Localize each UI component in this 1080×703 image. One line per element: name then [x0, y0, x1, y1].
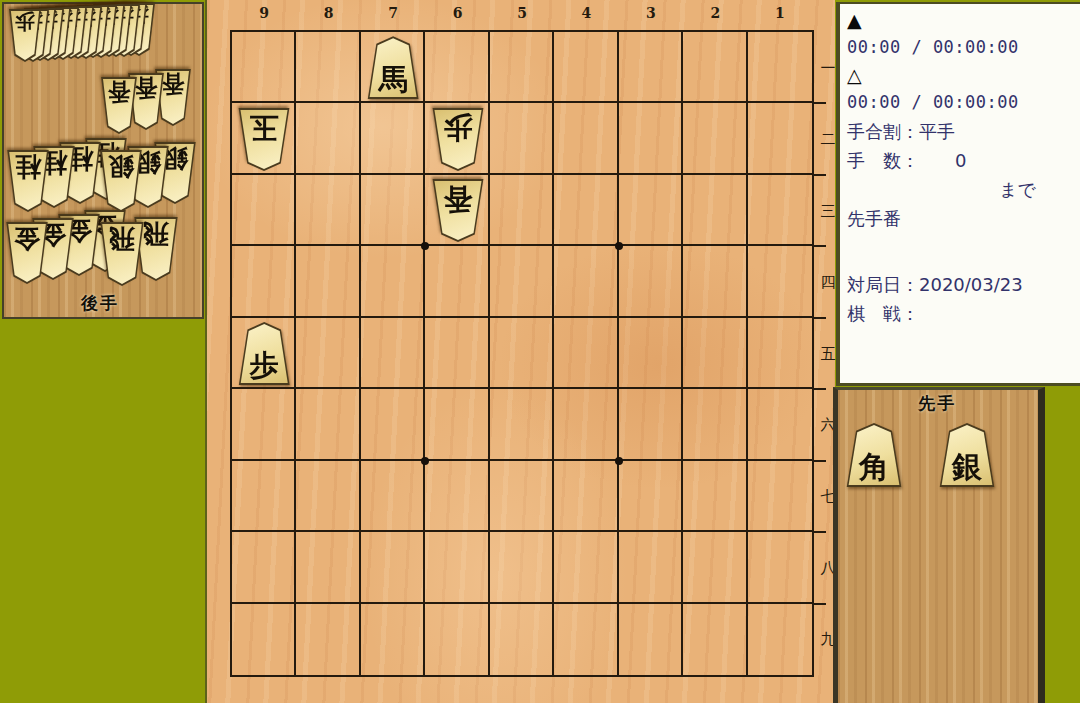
square-52[interactable]: [490, 103, 554, 174]
square-36[interactable]: [619, 389, 683, 460]
move-count-line: 手 数： 0: [847, 147, 1076, 176]
made-line: まで: [847, 176, 1076, 205]
square-98[interactable]: [232, 532, 296, 603]
file-label-8: 8: [319, 5, 339, 21]
square-82[interactable]: [296, 103, 360, 174]
sente-captured-tray: 先手 角銀: [833, 387, 1045, 703]
square-86[interactable]: [296, 389, 360, 460]
square-97[interactable]: [232, 461, 296, 532]
gote-tray-label: 後手: [81, 292, 119, 315]
sente-clock: 00:00 / 00:00:00: [847, 34, 1076, 63]
square-45[interactable]: [554, 318, 618, 389]
gote-turn-marker: △: [847, 63, 1076, 89]
square-88[interactable]: [296, 532, 360, 603]
piece-kanji: 歩: [431, 108, 485, 171]
square-99[interactable]: [232, 604, 296, 675]
sente-tray-label: 先手: [918, 392, 956, 415]
square-89[interactable]: [296, 604, 360, 675]
gote-clock: 00:00 / 00:00:00: [847, 89, 1076, 118]
square-59[interactable]: [490, 604, 554, 675]
square-81[interactable]: [296, 32, 360, 103]
square-22[interactable]: [683, 103, 747, 174]
date-line: 対局日：2020/03/23: [847, 271, 1076, 300]
piece-kanji: 歩: [8, 9, 42, 62]
hand-gote-銀-1[interactable]: 銀: [99, 150, 143, 212]
square-44[interactable]: [554, 246, 618, 317]
rank-label-4: 四: [818, 273, 838, 292]
square-93[interactable]: [232, 175, 296, 246]
square-32[interactable]: [619, 103, 683, 174]
game-info-panel: ▲ 00:00 / 00:00:00 △ 00:00 / 00:00:00 手合…: [836, 2, 1080, 386]
square-58[interactable]: [490, 532, 554, 603]
info-spacer: [847, 234, 1076, 271]
square-64[interactable]: [425, 246, 489, 317]
square-96[interactable]: [232, 389, 296, 460]
square-38[interactable]: [619, 532, 683, 603]
square-13[interactable]: [748, 175, 812, 246]
square-66[interactable]: [425, 389, 489, 460]
rank-label-5: 五: [818, 345, 838, 364]
piece-kanji: 香: [431, 179, 485, 242]
file-label-2: 2: [705, 5, 725, 21]
hand-gote-歩-1[interactable]: 歩: [8, 9, 42, 62]
square-43[interactable]: [554, 175, 618, 246]
hand-gote-金-1[interactable]: 金: [5, 222, 49, 284]
rank-tick: [813, 245, 826, 247]
square-85[interactable]: [296, 318, 360, 389]
rank-label-2: 二: [818, 130, 838, 149]
event-line: 棋 戦：: [847, 300, 1076, 329]
rank-label-3: 三: [818, 202, 838, 221]
star-point: [421, 242, 429, 250]
square-14[interactable]: [748, 246, 812, 317]
square-51[interactable]: [490, 32, 554, 103]
square-35[interactable]: [619, 318, 683, 389]
file-label-6: 6: [448, 5, 468, 21]
square-23[interactable]: [683, 175, 747, 246]
file-label-7: 7: [383, 5, 403, 21]
hand-gote-飛-1[interactable]: 飛: [99, 222, 145, 286]
piece-kanji: 桂: [6, 150, 50, 212]
square-83[interactable]: [296, 175, 360, 246]
square-56[interactable]: [490, 389, 554, 460]
square-18[interactable]: [748, 532, 812, 603]
square-47[interactable]: [554, 461, 618, 532]
rank-tick: [813, 317, 826, 319]
square-68[interactable]: [425, 532, 489, 603]
square-16[interactable]: [748, 389, 812, 460]
piece-kanji: 銀: [99, 150, 143, 212]
board-piece-gote-6二[interactable]: 歩: [431, 108, 485, 171]
square-29[interactable]: [683, 604, 747, 675]
square-37[interactable]: [619, 461, 683, 532]
board-piece-gote-6三[interactable]: 香: [431, 179, 485, 242]
square-87[interactable]: [296, 461, 360, 532]
square-73[interactable]: [361, 175, 425, 246]
piece-kanji: 角: [845, 423, 903, 487]
square-24[interactable]: [683, 246, 747, 317]
rank-tick: [813, 460, 826, 462]
turn-line: 先手番: [847, 205, 1076, 234]
square-54[interactable]: [490, 246, 554, 317]
file-label-5: 5: [512, 5, 532, 21]
rank-tick: [813, 388, 826, 390]
square-48[interactable]: [554, 532, 618, 603]
rank-tick: [813, 174, 826, 176]
square-57[interactable]: [490, 461, 554, 532]
square-79[interactable]: [361, 604, 425, 675]
square-39[interactable]: [619, 604, 683, 675]
square-12[interactable]: [748, 103, 812, 174]
square-53[interactable]: [490, 175, 554, 246]
square-49[interactable]: [554, 604, 618, 675]
piece-kanji: 玉: [237, 108, 291, 171]
handicap-line: 手合割：平手: [847, 118, 1076, 147]
square-94[interactable]: [232, 246, 296, 317]
square-91[interactable]: [232, 32, 296, 103]
square-42[interactable]: [554, 103, 618, 174]
piece-kanji: 歩: [237, 322, 291, 385]
piece-kanji: 銀: [938, 423, 996, 487]
board-area: 馬玉歩香歩 987654321一二三四五六七八九: [205, 0, 835, 703]
square-27[interactable]: [683, 461, 747, 532]
hand-gote-桂-1[interactable]: 桂: [6, 150, 50, 212]
piece-kanji: 馬: [366, 36, 420, 99]
square-84[interactable]: [296, 246, 360, 317]
square-75[interactable]: [361, 318, 425, 389]
piece-kanji: 飛: [99, 222, 145, 286]
file-label-9: 9: [254, 5, 274, 21]
shogi-app-window: 後手 歩歩歩歩歩歩歩歩歩歩歩歩歩歩歩歩香香香桂桂桂桂銀銀銀金金金金飛飛 馬玉歩香…: [0, 0, 1080, 703]
file-label-1: 1: [770, 5, 790, 21]
gote-captured-tray: 後手 歩歩歩歩歩歩歩歩歩歩歩歩歩歩歩歩香香香桂桂桂桂銀銀銀金金金金飛飛: [2, 2, 204, 319]
square-65[interactable]: [425, 318, 489, 389]
square-31[interactable]: [619, 32, 683, 103]
hand-sente-角[interactable]: 角: [845, 423, 903, 487]
hand-sente-銀[interactable]: 銀: [938, 423, 996, 487]
square-67[interactable]: [425, 461, 489, 532]
square-19[interactable]: [748, 604, 812, 675]
board-piece-gote-9二[interactable]: 玉: [237, 108, 291, 171]
square-46[interactable]: [554, 389, 618, 460]
square-15[interactable]: [748, 318, 812, 389]
piece-kanji: 金: [5, 222, 49, 284]
square-26[interactable]: [683, 389, 747, 460]
square-77[interactable]: [361, 461, 425, 532]
square-28[interactable]: [683, 532, 747, 603]
sente-turn-marker: ▲: [847, 8, 1076, 34]
board-piece-sente-7一[interactable]: 馬: [366, 36, 420, 99]
star-point: [615, 242, 623, 250]
square-55[interactable]: [490, 318, 554, 389]
star-point: [421, 457, 429, 465]
star-point: [615, 457, 623, 465]
rank-tick: [813, 102, 826, 104]
board-piece-sente-9五[interactable]: 歩: [237, 322, 291, 385]
piece-kanji: 香: [100, 77, 138, 134]
square-34[interactable]: [619, 246, 683, 317]
square-41[interactable]: [554, 32, 618, 103]
square-21[interactable]: [683, 32, 747, 103]
square-74[interactable]: [361, 246, 425, 317]
square-17[interactable]: [748, 461, 812, 532]
square-33[interactable]: [619, 175, 683, 246]
square-25[interactable]: [683, 318, 747, 389]
square-78[interactable]: [361, 532, 425, 603]
square-69[interactable]: [425, 604, 489, 675]
square-72[interactable]: [361, 103, 425, 174]
square-11[interactable]: [748, 32, 812, 103]
square-76[interactable]: [361, 389, 425, 460]
rank-tick: [813, 531, 826, 533]
file-label-4: 4: [576, 5, 596, 21]
hand-gote-香-1[interactable]: 香: [100, 77, 138, 134]
square-61[interactable]: [425, 32, 489, 103]
shogi-board: 馬玉歩香歩: [230, 30, 814, 677]
file-label-3: 3: [641, 5, 661, 21]
rank-label-1: 一: [818, 59, 838, 78]
rank-tick: [813, 603, 826, 605]
